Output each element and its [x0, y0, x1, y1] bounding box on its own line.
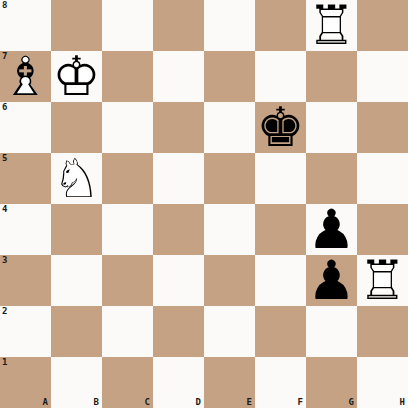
square-g3[interactable]: ♟	[306, 255, 357, 306]
square-h4[interactable]	[357, 204, 408, 255]
square-a1[interactable]: 1A	[0, 357, 51, 408]
rank-label-5: 5	[2, 154, 7, 163]
square-f5[interactable]	[255, 153, 306, 204]
square-e4[interactable]	[204, 204, 255, 255]
square-c5[interactable]	[102, 153, 153, 204]
square-c1[interactable]: C	[102, 357, 153, 408]
square-c7[interactable]	[102, 51, 153, 102]
square-g1[interactable]: G	[306, 357, 357, 408]
square-e7[interactable]	[204, 51, 255, 102]
square-b3[interactable]	[51, 255, 102, 306]
square-g6[interactable]	[306, 102, 357, 153]
square-a3[interactable]: 3	[0, 255, 51, 306]
piece-white-rook-g8[interactable]: ♜♖	[306, 0, 357, 51]
square-b2[interactable]	[51, 306, 102, 357]
square-g4[interactable]: ♟	[306, 204, 357, 255]
rank-label-6: 6	[2, 103, 7, 112]
square-e8[interactable]	[204, 0, 255, 51]
rank-label-3: 3	[2, 256, 7, 265]
rank-label-2: 2	[2, 307, 7, 316]
file-label-g: G	[349, 398, 354, 407]
square-h2[interactable]	[357, 306, 408, 357]
square-a5[interactable]: 5	[0, 153, 51, 204]
square-f6[interactable]: ♚	[255, 102, 306, 153]
square-b6[interactable]	[51, 102, 102, 153]
file-label-h: H	[400, 398, 405, 407]
square-d1[interactable]: D	[153, 357, 204, 408]
piece-white-king-b7[interactable]: ♚♔	[51, 51, 102, 102]
square-c6[interactable]	[102, 102, 153, 153]
square-c8[interactable]	[102, 0, 153, 51]
square-f7[interactable]	[255, 51, 306, 102]
square-e6[interactable]	[204, 102, 255, 153]
square-b5[interactable]: ♞♘	[51, 153, 102, 204]
square-h5[interactable]	[357, 153, 408, 204]
white-knight-icon: ♘	[51, 153, 102, 204]
black-king-icon: ♚	[255, 102, 306, 153]
square-e5[interactable]	[204, 153, 255, 204]
rank-label-8: 8	[2, 1, 7, 10]
square-g5[interactable]	[306, 153, 357, 204]
square-b7[interactable]: ♚♔	[51, 51, 102, 102]
white-rook-icon: ♖	[306, 0, 357, 51]
square-d4[interactable]	[153, 204, 204, 255]
square-g2[interactable]	[306, 306, 357, 357]
file-label-a: A	[43, 398, 48, 407]
file-label-b: B	[94, 398, 99, 407]
square-b8[interactable]	[51, 0, 102, 51]
square-h6[interactable]	[357, 102, 408, 153]
rank-label-1: 1	[2, 358, 7, 367]
square-d6[interactable]	[153, 102, 204, 153]
file-label-c: C	[145, 398, 150, 407]
file-label-e: E	[247, 398, 252, 407]
square-f2[interactable]	[255, 306, 306, 357]
square-g7[interactable]	[306, 51, 357, 102]
square-b4[interactable]	[51, 204, 102, 255]
square-e1[interactable]: E	[204, 357, 255, 408]
square-a7[interactable]: 7♝♗	[0, 51, 51, 102]
square-b1[interactable]: B	[51, 357, 102, 408]
white-king-icon: ♔	[51, 51, 102, 102]
piece-white-bishop-a7[interactable]: ♝♗	[0, 51, 51, 102]
square-c4[interactable]	[102, 204, 153, 255]
chess-app: 8♜♖7♝♗♚♔6♚5♞♘4♟3♟♜♖21ABCDEFGH	[0, 0, 408, 408]
black-pawn-icon: ♟	[306, 204, 357, 255]
square-f1[interactable]: F	[255, 357, 306, 408]
square-a2[interactable]: 2	[0, 306, 51, 357]
square-h3[interactable]: ♜♖	[357, 255, 408, 306]
square-a8[interactable]: 8	[0, 0, 51, 51]
square-e3[interactable]	[204, 255, 255, 306]
piece-white-knight-b5[interactable]: ♞♘	[51, 153, 102, 204]
square-c3[interactable]	[102, 255, 153, 306]
square-f8[interactable]	[255, 0, 306, 51]
square-d7[interactable]	[153, 51, 204, 102]
square-g8[interactable]: ♜♖	[306, 0, 357, 51]
square-d3[interactable]	[153, 255, 204, 306]
square-f4[interactable]	[255, 204, 306, 255]
piece-black-king-f6[interactable]: ♚	[255, 102, 306, 153]
black-pawn-icon: ♟	[306, 255, 357, 306]
square-f3[interactable]	[255, 255, 306, 306]
chess-board: 8♜♖7♝♗♚♔6♚5♞♘4♟3♟♜♖21ABCDEFGH	[0, 0, 408, 408]
square-h8[interactable]	[357, 0, 408, 51]
piece-black-pawn-g3[interactable]: ♟	[306, 255, 357, 306]
white-rook-icon: ♖	[357, 255, 408, 306]
square-e2[interactable]	[204, 306, 255, 357]
piece-black-pawn-g4[interactable]: ♟	[306, 204, 357, 255]
rank-label-4: 4	[2, 205, 7, 214]
square-d8[interactable]	[153, 0, 204, 51]
square-a6[interactable]: 6	[0, 102, 51, 153]
square-h1[interactable]: H	[357, 357, 408, 408]
square-d2[interactable]	[153, 306, 204, 357]
file-label-f: F	[298, 398, 303, 407]
square-h7[interactable]	[357, 51, 408, 102]
file-label-d: D	[196, 398, 201, 407]
square-a4[interactable]: 4	[0, 204, 51, 255]
white-bishop-icon: ♗	[0, 51, 51, 102]
piece-white-rook-h3[interactable]: ♜♖	[357, 255, 408, 306]
square-d5[interactable]	[153, 153, 204, 204]
square-c2[interactable]	[102, 306, 153, 357]
